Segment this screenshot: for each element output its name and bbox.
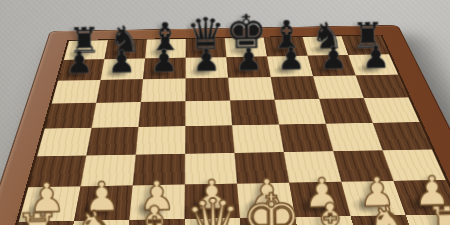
black-pawn-g7[interactable]: ♟ (319, 43, 348, 75)
square-b7[interactable]: ♟ (101, 59, 146, 80)
square-f6[interactable] (271, 76, 320, 99)
square-a4[interactable] (37, 128, 92, 157)
white-rook-a1[interactable]: ♜ (14, 206, 60, 225)
white-bishop-c1[interactable]: ♝ (129, 199, 180, 225)
square-d7[interactable]: ♟ (186, 57, 229, 78)
square-h4[interactable] (373, 122, 432, 150)
board-tilt-wrapper: ♜♞♝♛♚♝♞♜♟♟♟♟♟♟♟♟♟♟♟♟♟♟♟♟♜♞♝♛♚♝♞♜ (50, 25, 404, 225)
square-f1[interactable]: ♝ (295, 216, 361, 225)
white-bishop-f1[interactable]: ♝ (305, 196, 356, 225)
square-a6[interactable] (52, 80, 101, 104)
square-h6[interactable] (356, 75, 409, 98)
black-pawn-b7[interactable]: ♟ (108, 46, 137, 78)
white-rook-h1[interactable]: ♜ (424, 199, 450, 225)
board-squares: ♜♞♝♛♚♝♞♜♟♟♟♟♟♟♟♟♟♟♟♟♟♟♟♟♜♞♝♛♚♝♞♜ (8, 36, 450, 225)
chess-board: ♜♞♝♛♚♝♞♜♟♟♟♟♟♟♟♟♟♟♟♟♟♟♟♟♜♞♝♛♚♝♞♜ (0, 25, 450, 225)
square-b6[interactable] (96, 79, 143, 102)
white-queen-d1[interactable]: ♛ (184, 191, 242, 225)
board-frame: ♜♞♝♛♚♝♞♜♟♟♟♟♟♟♟♟♟♟♟♟♟♟♟♟♜♞♝♛♚♝♞♜ (0, 25, 450, 225)
square-e6[interactable] (228, 77, 274, 100)
black-pawn-e7[interactable]: ♟ (235, 44, 264, 76)
square-b1[interactable]: ♞ (67, 220, 130, 225)
square-d4[interactable] (185, 125, 234, 153)
square-f4[interactable] (279, 124, 333, 152)
square-e5[interactable] (230, 100, 279, 126)
square-h5[interactable] (364, 97, 420, 123)
square-c4[interactable] (136, 126, 186, 155)
square-c7[interactable]: ♟ (143, 58, 186, 79)
square-c1[interactable]: ♝ (126, 219, 185, 225)
square-c5[interactable] (138, 101, 185, 127)
square-d5[interactable] (185, 100, 232, 126)
square-e7[interactable]: ♟ (226, 56, 270, 77)
black-pawn-c7[interactable]: ♟ (150, 46, 179, 78)
square-h7[interactable]: ♟ (348, 54, 398, 75)
square-e1[interactable]: ♚ (240, 217, 302, 225)
white-knight-b1[interactable]: ♞ (72, 203, 120, 225)
black-pawn-a7[interactable]: ♟ (65, 47, 94, 79)
square-c6[interactable] (141, 78, 186, 101)
square-g1[interactable]: ♞ (351, 215, 420, 225)
square-a1[interactable]: ♜ (8, 221, 74, 225)
black-pawn-d7[interactable]: ♟ (192, 45, 221, 77)
square-d1[interactable]: ♛ (184, 218, 243, 225)
square-f5[interactable] (275, 99, 326, 125)
square-a7[interactable]: ♟ (58, 59, 104, 80)
square-e4[interactable] (232, 124, 284, 152)
square-b5[interactable] (92, 102, 141, 128)
carpet-background: ♜♞♝♛♚♝♞♜♟♟♟♟♟♟♟♟♟♟♟♟♟♟♟♟♜♞♝♛♚♝♞♜ (0, 0, 450, 225)
square-h1[interactable]: ♜ (406, 214, 450, 225)
black-pawn-h7[interactable]: ♟ (362, 42, 391, 74)
square-d6[interactable] (185, 78, 230, 101)
square-a5[interactable] (45, 103, 97, 129)
square-f7[interactable]: ♟ (267, 56, 313, 77)
white-king-e1[interactable]: ♚ (241, 185, 303, 225)
square-b4[interactable] (86, 127, 138, 156)
black-pawn-f7[interactable]: ♟ (277, 43, 306, 75)
white-knight-g1[interactable]: ♞ (365, 198, 413, 225)
